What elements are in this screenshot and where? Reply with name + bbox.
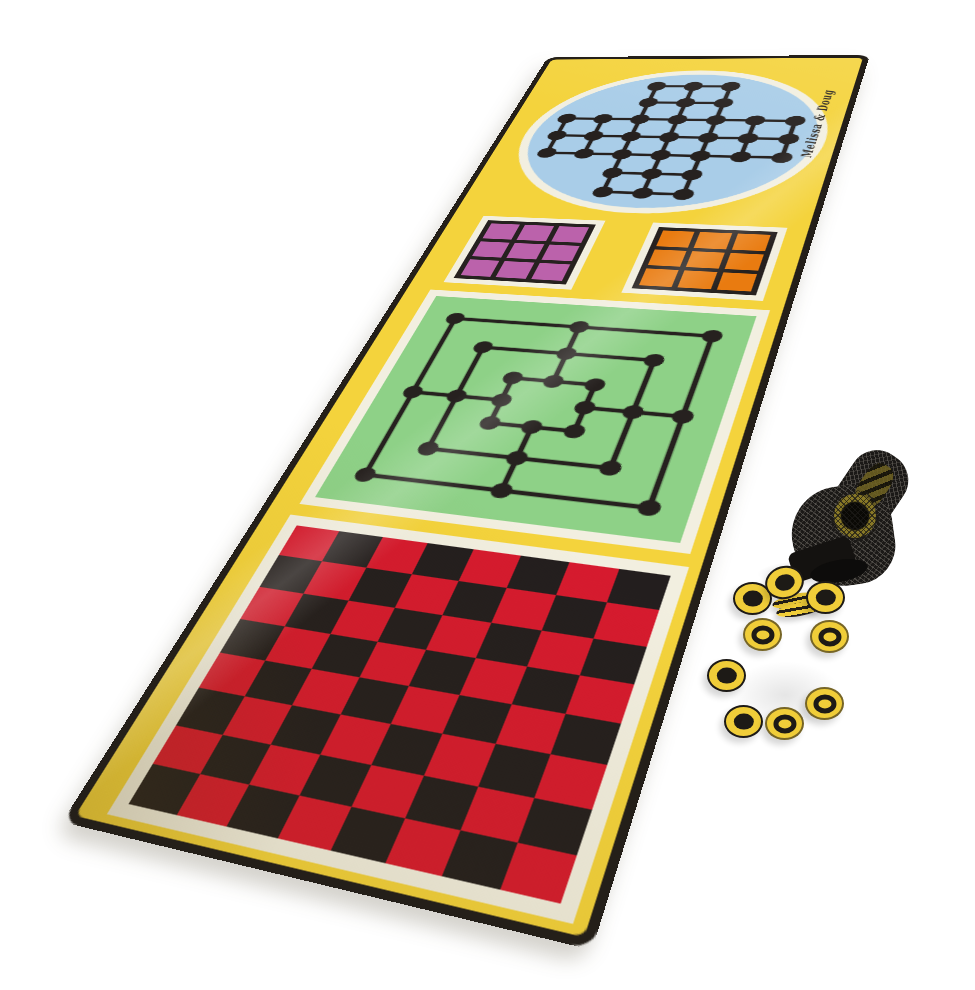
checker-disc-yellow-up[interactable] — [765, 707, 804, 740]
disc-yellow-ring — [818, 627, 841, 646]
disc-yellow-ring — [751, 625, 774, 644]
disc-black-center — [773, 572, 797, 593]
checker-disc-yellow-up[interactable] — [805, 687, 844, 720]
checker-disc-black-up[interactable] — [724, 705, 763, 738]
disc-yellow-ring — [813, 694, 836, 713]
product-photo-scene: Melissa & Doug — [0, 0, 975, 990]
disc-black-center — [742, 590, 762, 607]
disc-black-center — [716, 667, 736, 684]
disc-black-center — [733, 713, 753, 730]
checker-disc-black-up[interactable] — [707, 659, 746, 692]
checker-disc-black-up[interactable] — [806, 581, 845, 614]
checker-discs-layer — [0, 0, 975, 990]
disc-yellow-ring — [773, 714, 796, 733]
disc-black-center — [815, 589, 835, 606]
checker-disc-yellow-up[interactable] — [810, 620, 849, 653]
checker-disc-yellow-up[interactable] — [743, 618, 782, 651]
